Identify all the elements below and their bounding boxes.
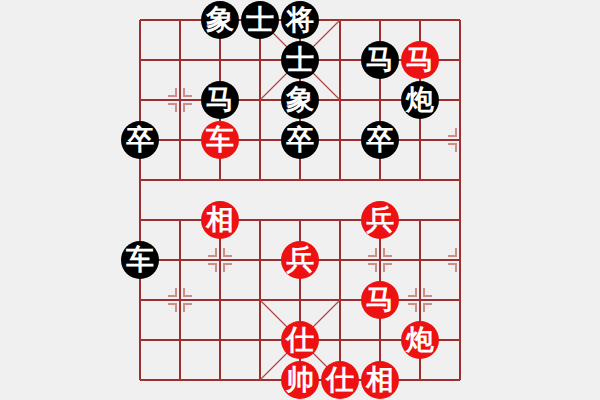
piece-black-horse[interactable]: 马 xyxy=(201,81,239,119)
piece-black-cannon[interactable]: 炮 xyxy=(401,81,439,119)
piece-red-horse[interactable]: 马 xyxy=(361,281,399,319)
piece-black-advisor[interactable]: 士 xyxy=(241,1,279,39)
piece-red-advisor[interactable]: 仕 xyxy=(281,321,319,359)
piece-red-cannon[interactable]: 炮 xyxy=(401,321,439,359)
piece-red-general[interactable]: 帅 xyxy=(281,361,319,399)
xiangqi-screenshot: 象士将士马马马象炮卒车卒卒相兵车兵马仕炮帅仕相 xyxy=(0,0,600,400)
piece-red-horse[interactable]: 马 xyxy=(401,41,439,79)
piece-black-general[interactable]: 将 xyxy=(281,1,319,39)
piece-black-elephant[interactable]: 象 xyxy=(201,1,239,39)
piece-red-elephant[interactable]: 相 xyxy=(361,361,399,399)
piece-black-horse[interactable]: 马 xyxy=(361,41,399,79)
piece-red-pawn[interactable]: 兵 xyxy=(361,201,399,239)
piece-black-pawn[interactable]: 卒 xyxy=(121,121,159,159)
piece-black-pawn[interactable]: 卒 xyxy=(281,121,319,159)
piece-black-pawn[interactable]: 卒 xyxy=(361,121,399,159)
piece-red-pawn[interactable]: 兵 xyxy=(281,241,319,279)
piece-red-chariot[interactable]: 车 xyxy=(201,121,239,159)
piece-black-advisor[interactable]: 士 xyxy=(281,41,319,79)
piece-black-chariot[interactable]: 车 xyxy=(121,241,159,279)
piece-red-elephant[interactable]: 相 xyxy=(201,201,239,239)
piece-red-advisor[interactable]: 仕 xyxy=(321,361,359,399)
xiangqi-board[interactable]: 象士将士马马马象炮卒车卒卒相兵车兵马仕炮帅仕相 xyxy=(120,0,480,400)
piece-black-elephant[interactable]: 象 xyxy=(281,81,319,119)
